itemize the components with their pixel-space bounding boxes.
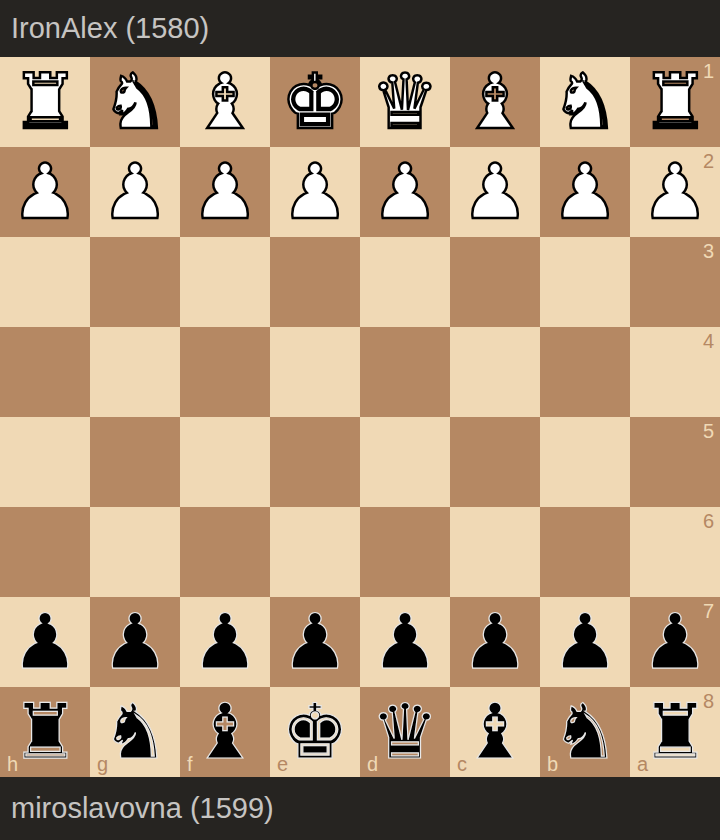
square-f8[interactable]: ♝f — [180, 687, 270, 777]
square-h4[interactable] — [0, 327, 90, 417]
square-a4[interactable]: 4 — [630, 327, 720, 417]
square-f7[interactable]: ♟ — [180, 597, 270, 687]
square-d2[interactable]: ♟ — [360, 147, 450, 237]
square-a7[interactable]: ♟7 — [630, 597, 720, 687]
square-g7[interactable]: ♟ — [90, 597, 180, 687]
square-h2[interactable]: ♟ — [0, 147, 90, 237]
piece-black-bishop[interactable]: ♝ — [191, 687, 259, 777]
square-h5[interactable] — [0, 417, 90, 507]
square-e1[interactable]: ♚ — [270, 57, 360, 147]
square-a2[interactable]: ♟2 — [630, 147, 720, 237]
piece-white-knight[interactable]: ♞ — [551, 57, 619, 147]
piece-white-bishop[interactable]: ♝ — [191, 57, 259, 147]
square-g2[interactable]: ♟ — [90, 147, 180, 237]
player-name-bottom[interactable]: miroslavovna (1599) — [11, 792, 274, 825]
square-d8[interactable]: ♛d — [360, 687, 450, 777]
square-c3[interactable] — [450, 237, 540, 327]
square-a1[interactable]: ♜1 — [630, 57, 720, 147]
square-e8[interactable]: ♚e — [270, 687, 360, 777]
piece-black-pawn[interactable]: ♟ — [101, 597, 169, 687]
square-f6[interactable] — [180, 507, 270, 597]
piece-white-pawn[interactable]: ♟ — [191, 147, 259, 237]
square-b4[interactable] — [540, 327, 630, 417]
square-d1[interactable]: ♛ — [360, 57, 450, 147]
square-d6[interactable] — [360, 507, 450, 597]
piece-black-pawn[interactable]: ♟ — [371, 597, 439, 687]
square-c2[interactable]: ♟ — [450, 147, 540, 237]
square-a6[interactable]: 6 — [630, 507, 720, 597]
square-e4[interactable] — [270, 327, 360, 417]
square-d3[interactable] — [360, 237, 450, 327]
square-f1[interactable]: ♝ — [180, 57, 270, 147]
piece-black-pawn[interactable]: ♟ — [281, 597, 349, 687]
square-f3[interactable] — [180, 237, 270, 327]
rank-label-4: 4 — [703, 331, 714, 351]
piece-black-knight[interactable]: ♞ — [551, 687, 619, 777]
square-h8[interactable]: ♜h — [0, 687, 90, 777]
piece-black-knight[interactable]: ♞ — [101, 687, 169, 777]
square-e2[interactable]: ♟ — [270, 147, 360, 237]
piece-black-pawn[interactable]: ♟ — [461, 597, 529, 687]
piece-black-pawn[interactable]: ♟ — [641, 597, 709, 687]
square-e3[interactable] — [270, 237, 360, 327]
piece-black-bishop[interactable]: ♝ — [461, 687, 529, 777]
square-c8[interactable]: ♝c — [450, 687, 540, 777]
piece-black-pawn[interactable]: ♟ — [191, 597, 259, 687]
square-c1[interactable]: ♝ — [450, 57, 540, 147]
piece-white-bishop[interactable]: ♝ — [461, 57, 529, 147]
piece-black-pawn[interactable]: ♟ — [11, 597, 79, 687]
square-d7[interactable]: ♟ — [360, 597, 450, 687]
square-h6[interactable] — [0, 507, 90, 597]
piece-white-pawn[interactable]: ♟ — [371, 147, 439, 237]
square-g4[interactable] — [90, 327, 180, 417]
piece-white-pawn[interactable]: ♟ — [281, 147, 349, 237]
chess-board: ♜♞♝♚♛♝♞♜1♟♟♟♟♟♟♟♟23456♟♟♟♟♟♟♟♟7♜h♞g♝f♚e♛… — [0, 57, 720, 777]
square-e5[interactable] — [270, 417, 360, 507]
square-a5[interactable]: 5 — [630, 417, 720, 507]
square-h7[interactable]: ♟ — [0, 597, 90, 687]
square-h3[interactable] — [0, 237, 90, 327]
square-b1[interactable]: ♞ — [540, 57, 630, 147]
player-name-top[interactable]: IronAlex (1580) — [11, 12, 209, 45]
square-d5[interactable] — [360, 417, 450, 507]
piece-white-rook[interactable]: ♜ — [11, 57, 79, 147]
square-g1[interactable]: ♞ — [90, 57, 180, 147]
rank-label-5: 5 — [703, 421, 714, 441]
piece-black-pawn[interactable]: ♟ — [551, 597, 619, 687]
square-b6[interactable] — [540, 507, 630, 597]
piece-white-pawn[interactable]: ♟ — [461, 147, 529, 237]
square-d4[interactable] — [360, 327, 450, 417]
piece-white-rook[interactable]: ♜ — [641, 57, 709, 147]
square-c5[interactable] — [450, 417, 540, 507]
square-g8[interactable]: ♞g — [90, 687, 180, 777]
piece-black-queen[interactable]: ♛ — [371, 687, 439, 777]
piece-white-queen[interactable]: ♛ — [371, 57, 439, 147]
square-a3[interactable]: 3 — [630, 237, 720, 327]
square-b5[interactable] — [540, 417, 630, 507]
square-h1[interactable]: ♜ — [0, 57, 90, 147]
square-a8[interactable]: ♜8a — [630, 687, 720, 777]
square-b3[interactable] — [540, 237, 630, 327]
game-screen: IronAlex (1580) ♜♞♝♚♛♝♞♜1♟♟♟♟♟♟♟♟23456♟♟… — [0, 0, 720, 840]
piece-black-rook[interactable]: ♜ — [641, 687, 709, 777]
square-c7[interactable]: ♟ — [450, 597, 540, 687]
rank-label-3: 3 — [703, 241, 714, 261]
square-b7[interactable]: ♟ — [540, 597, 630, 687]
square-f5[interactable] — [180, 417, 270, 507]
square-g5[interactable] — [90, 417, 180, 507]
square-e6[interactable] — [270, 507, 360, 597]
square-c4[interactable] — [450, 327, 540, 417]
square-g3[interactable] — [90, 237, 180, 327]
piece-white-king[interactable]: ♚ — [281, 57, 349, 147]
piece-white-pawn[interactable]: ♟ — [11, 147, 79, 237]
square-b2[interactable]: ♟ — [540, 147, 630, 237]
square-e7[interactable]: ♟ — [270, 597, 360, 687]
piece-white-pawn[interactable]: ♟ — [641, 147, 709, 237]
piece-white-pawn[interactable]: ♟ — [551, 147, 619, 237]
piece-white-knight[interactable]: ♞ — [101, 57, 169, 147]
square-b8[interactable]: ♞b — [540, 687, 630, 777]
square-g6[interactable] — [90, 507, 180, 597]
square-f2[interactable]: ♟ — [180, 147, 270, 237]
square-c6[interactable] — [450, 507, 540, 597]
square-f4[interactable] — [180, 327, 270, 417]
piece-black-king[interactable]: ♚ — [281, 687, 349, 777]
player-bar-bottom: miroslavovna (1599) — [0, 777, 720, 840]
rank-label-6: 6 — [703, 511, 714, 531]
piece-white-pawn[interactable]: ♟ — [101, 147, 169, 237]
player-bar-top: IronAlex (1580) — [0, 0, 720, 57]
piece-black-rook[interactable]: ♜ — [11, 687, 79, 777]
